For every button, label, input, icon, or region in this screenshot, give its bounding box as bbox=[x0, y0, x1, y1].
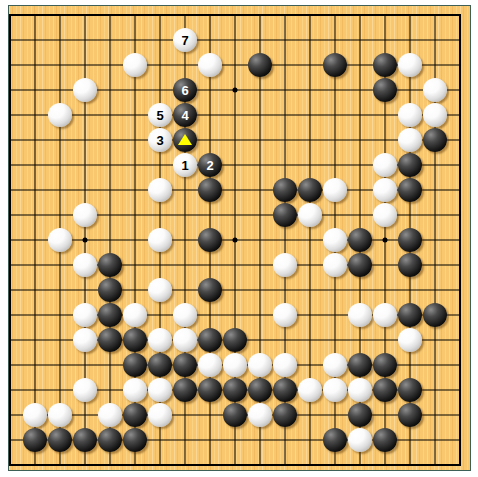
black-stone[interactable] bbox=[98, 278, 122, 302]
board-point-15-18 bbox=[348, 428, 373, 453]
board-point-18-4 bbox=[423, 78, 448, 103]
black-stone[interactable] bbox=[73, 428, 97, 452]
board-point-15-13 bbox=[348, 303, 373, 328]
black-stone[interactable] bbox=[348, 353, 372, 377]
board-point-9-16 bbox=[198, 378, 223, 403]
board-point-4-16 bbox=[73, 378, 98, 403]
board-point-7-16 bbox=[148, 378, 173, 403]
black-stone[interactable] bbox=[273, 203, 297, 227]
board-point-4-11 bbox=[73, 253, 98, 278]
white-stone[interactable] bbox=[323, 353, 347, 377]
board-point-15-16 bbox=[348, 378, 373, 403]
board-point-9-15 bbox=[198, 353, 223, 378]
board-point-13-16 bbox=[298, 378, 323, 403]
board-point-6-17 bbox=[123, 403, 148, 428]
board-point-8-16 bbox=[173, 378, 198, 403]
board-point-12-8 bbox=[273, 178, 298, 203]
board-point-10-14 bbox=[223, 328, 248, 353]
white-stone[interactable] bbox=[73, 378, 97, 402]
black-stone[interactable] bbox=[398, 253, 422, 277]
board-point-17-17 bbox=[398, 403, 423, 428]
go-board[interactable]: 7654312 bbox=[8, 5, 471, 471]
white-stone[interactable] bbox=[173, 303, 197, 327]
board-point-7-6: 3 bbox=[148, 128, 173, 153]
board-point-12-16 bbox=[273, 378, 298, 403]
board-point-7-5: 5 bbox=[148, 103, 173, 128]
board-point-8-13 bbox=[173, 303, 198, 328]
black-stone[interactable] bbox=[198, 378, 222, 402]
move-number-label: 6 bbox=[181, 84, 188, 97]
black-stone[interactable] bbox=[173, 378, 197, 402]
board-point-12-11 bbox=[273, 253, 298, 278]
white-stone[interactable] bbox=[48, 103, 72, 127]
white-stone[interactable]: 5 bbox=[148, 103, 172, 127]
board-point-17-11 bbox=[398, 253, 423, 278]
white-stone[interactable] bbox=[373, 203, 397, 227]
board-point-2-18 bbox=[23, 428, 48, 453]
board-point-9-8 bbox=[198, 178, 223, 203]
black-stone[interactable] bbox=[248, 53, 272, 77]
triangle-marker-icon bbox=[178, 134, 192, 145]
board-point-5-12 bbox=[98, 278, 123, 303]
black-stone[interactable] bbox=[198, 328, 222, 352]
board-point-7-8 bbox=[148, 178, 173, 203]
board-point-16-3 bbox=[373, 53, 398, 78]
board-point-6-15 bbox=[123, 353, 148, 378]
black-stone[interactable]: 6 bbox=[173, 78, 197, 102]
board-point-4-4 bbox=[73, 78, 98, 103]
black-stone[interactable] bbox=[173, 353, 197, 377]
white-stone[interactable] bbox=[73, 253, 97, 277]
stones-grid: 7654312 bbox=[0, 3, 473, 477]
board-point-9-14 bbox=[198, 328, 223, 353]
board-point-14-16 bbox=[323, 378, 348, 403]
white-stone[interactable] bbox=[98, 403, 122, 427]
board-point-5-14 bbox=[98, 328, 123, 353]
white-stone[interactable] bbox=[398, 328, 422, 352]
board-point-9-7: 2 bbox=[198, 153, 223, 178]
board-point-17-10 bbox=[398, 228, 423, 253]
white-stone[interactable] bbox=[48, 228, 72, 252]
board-point-13-9 bbox=[298, 203, 323, 228]
black-stone[interactable]: 4 bbox=[173, 103, 197, 127]
board-point-8-15 bbox=[173, 353, 198, 378]
board-point-7-10 bbox=[148, 228, 173, 253]
board-point-14-18 bbox=[323, 428, 348, 453]
white-stone[interactable] bbox=[373, 178, 397, 202]
white-stone[interactable] bbox=[348, 378, 372, 402]
board-point-17-8 bbox=[398, 178, 423, 203]
black-stone[interactable] bbox=[273, 403, 297, 427]
board-point-17-13 bbox=[398, 303, 423, 328]
white-stone[interactable] bbox=[73, 328, 97, 352]
white-stone[interactable]: 7 bbox=[173, 28, 197, 52]
board-point-5-13 bbox=[98, 303, 123, 328]
black-stone[interactable] bbox=[423, 303, 447, 327]
black-stone[interactable] bbox=[223, 378, 247, 402]
board-point-18-5 bbox=[423, 103, 448, 128]
board-point-10-16 bbox=[223, 378, 248, 403]
white-stone[interactable] bbox=[298, 203, 322, 227]
board-point-11-16 bbox=[248, 378, 273, 403]
white-stone[interactable] bbox=[273, 303, 297, 327]
board-point-3-17 bbox=[48, 403, 73, 428]
board-point-12-15 bbox=[273, 353, 298, 378]
board-point-15-11 bbox=[348, 253, 373, 278]
board-point-17-14 bbox=[398, 328, 423, 353]
white-stone[interactable] bbox=[148, 403, 172, 427]
board-point-14-11 bbox=[323, 253, 348, 278]
white-stone[interactable] bbox=[123, 53, 147, 77]
board-point-16-13 bbox=[373, 303, 398, 328]
black-stone[interactable] bbox=[173, 128, 197, 152]
go-diagram-page: 7654312 bbox=[0, 0, 478, 477]
board-point-8-2: 7 bbox=[173, 28, 198, 53]
white-stone[interactable] bbox=[148, 378, 172, 402]
board-point-18-13 bbox=[423, 303, 448, 328]
black-stone[interactable] bbox=[98, 253, 122, 277]
black-stone[interactable] bbox=[123, 328, 147, 352]
board-point-3-5 bbox=[48, 103, 73, 128]
white-stone[interactable] bbox=[73, 203, 97, 227]
white-stone[interactable] bbox=[123, 378, 147, 402]
board-point-16-8 bbox=[373, 178, 398, 203]
board-point-3-18 bbox=[48, 428, 73, 453]
black-stone[interactable] bbox=[23, 428, 47, 452]
white-stone[interactable]: 1 bbox=[173, 153, 197, 177]
board-point-17-16 bbox=[398, 378, 423, 403]
board-point-16-16 bbox=[373, 378, 398, 403]
black-stone[interactable] bbox=[348, 253, 372, 277]
board-point-7-17 bbox=[148, 403, 173, 428]
black-stone[interactable] bbox=[398, 403, 422, 427]
black-stone[interactable] bbox=[48, 428, 72, 452]
black-stone[interactable] bbox=[373, 353, 397, 377]
black-stone[interactable] bbox=[348, 228, 372, 252]
black-stone[interactable]: 2 bbox=[198, 153, 222, 177]
white-stone[interactable] bbox=[273, 253, 297, 277]
white-stone[interactable] bbox=[373, 303, 397, 327]
board-point-3-10 bbox=[48, 228, 73, 253]
black-stone[interactable] bbox=[223, 403, 247, 427]
board-point-14-15 bbox=[323, 353, 348, 378]
white-stone[interactable] bbox=[198, 53, 222, 77]
white-stone[interactable] bbox=[73, 78, 97, 102]
board-point-5-18 bbox=[98, 428, 123, 453]
black-stone[interactable] bbox=[398, 378, 422, 402]
board-point-15-10 bbox=[348, 228, 373, 253]
black-stone[interactable] bbox=[373, 428, 397, 452]
move-number-label: 1 bbox=[181, 159, 188, 172]
board-point-4-18 bbox=[73, 428, 98, 453]
board-point-17-5 bbox=[398, 103, 423, 128]
move-number-label: 2 bbox=[206, 159, 213, 172]
board-point-8-7: 1 bbox=[173, 153, 198, 178]
board-point-7-12 bbox=[148, 278, 173, 303]
white-stone[interactable] bbox=[273, 353, 297, 377]
black-stone[interactable] bbox=[398, 228, 422, 252]
black-stone[interactable] bbox=[323, 428, 347, 452]
board-point-8-4: 6 bbox=[173, 78, 198, 103]
move-number-label: 3 bbox=[156, 134, 163, 147]
board-point-16-4 bbox=[373, 78, 398, 103]
black-stone[interactable] bbox=[98, 428, 122, 452]
board-point-14-10 bbox=[323, 228, 348, 253]
black-stone[interactable] bbox=[323, 53, 347, 77]
black-stone[interactable] bbox=[423, 128, 447, 152]
white-stone[interactable] bbox=[148, 328, 172, 352]
board-point-7-15 bbox=[148, 353, 173, 378]
board-point-10-15 bbox=[223, 353, 248, 378]
white-stone[interactable] bbox=[148, 278, 172, 302]
board-point-6-3 bbox=[123, 53, 148, 78]
board-point-6-13 bbox=[123, 303, 148, 328]
black-stone[interactable] bbox=[198, 278, 222, 302]
black-stone[interactable] bbox=[123, 353, 147, 377]
white-stone[interactable] bbox=[398, 103, 422, 127]
white-stone[interactable] bbox=[223, 353, 247, 377]
move-number-label: 4 bbox=[181, 109, 188, 122]
white-stone[interactable] bbox=[173, 328, 197, 352]
white-stone[interactable] bbox=[323, 378, 347, 402]
board-point-7-14 bbox=[148, 328, 173, 353]
board-point-5-11 bbox=[98, 253, 123, 278]
white-stone[interactable] bbox=[198, 353, 222, 377]
black-stone[interactable] bbox=[273, 378, 297, 402]
board-point-16-9 bbox=[373, 203, 398, 228]
board-point-11-17 bbox=[248, 403, 273, 428]
board-point-6-18 bbox=[123, 428, 148, 453]
board-point-8-6 bbox=[173, 128, 198, 153]
board-point-9-3 bbox=[198, 53, 223, 78]
black-stone[interactable] bbox=[373, 53, 397, 77]
board-point-18-6 bbox=[423, 128, 448, 153]
black-stone[interactable] bbox=[98, 303, 122, 327]
white-stone[interactable] bbox=[348, 303, 372, 327]
board-point-12-13 bbox=[273, 303, 298, 328]
black-stone[interactable] bbox=[248, 378, 272, 402]
white-stone[interactable] bbox=[373, 153, 397, 177]
white-stone[interactable] bbox=[248, 353, 272, 377]
board-point-2-17 bbox=[23, 403, 48, 428]
white-stone[interactable] bbox=[323, 253, 347, 277]
board-point-11-15 bbox=[248, 353, 273, 378]
board-point-6-14 bbox=[123, 328, 148, 353]
black-stone[interactable] bbox=[123, 403, 147, 427]
board-point-16-18 bbox=[373, 428, 398, 453]
white-stone[interactable] bbox=[323, 178, 347, 202]
board-point-12-9 bbox=[273, 203, 298, 228]
white-stone[interactable] bbox=[148, 228, 172, 252]
move-number-label: 7 bbox=[181, 34, 188, 47]
board-point-15-17 bbox=[348, 403, 373, 428]
white-stone[interactable] bbox=[423, 78, 447, 102]
black-stone[interactable] bbox=[373, 78, 397, 102]
board-point-8-5: 4 bbox=[173, 103, 198, 128]
board-point-16-7 bbox=[373, 153, 398, 178]
white-stone[interactable] bbox=[123, 303, 147, 327]
black-stone[interactable] bbox=[298, 178, 322, 202]
black-stone[interactable] bbox=[123, 428, 147, 452]
black-stone[interactable] bbox=[373, 378, 397, 402]
white-stone[interactable] bbox=[73, 303, 97, 327]
black-stone[interactable] bbox=[348, 403, 372, 427]
black-stone[interactable] bbox=[223, 328, 247, 352]
white-stone[interactable] bbox=[348, 428, 372, 452]
white-stone[interactable] bbox=[48, 403, 72, 427]
board-point-15-15 bbox=[348, 353, 373, 378]
board-point-13-8 bbox=[298, 178, 323, 203]
black-stone[interactable] bbox=[273, 178, 297, 202]
board-point-12-17 bbox=[273, 403, 298, 428]
black-stone[interactable] bbox=[198, 228, 222, 252]
black-stone[interactable] bbox=[148, 353, 172, 377]
white-stone[interactable] bbox=[298, 378, 322, 402]
board-point-4-9 bbox=[73, 203, 98, 228]
board-point-5-17 bbox=[98, 403, 123, 428]
board-point-9-10 bbox=[198, 228, 223, 253]
board-point-17-6 bbox=[398, 128, 423, 153]
board-point-14-8 bbox=[323, 178, 348, 203]
black-stone[interactable] bbox=[98, 328, 122, 352]
board-point-14-3 bbox=[323, 53, 348, 78]
board-point-11-3 bbox=[248, 53, 273, 78]
board-point-17-3 bbox=[398, 53, 423, 78]
white-stone[interactable] bbox=[323, 228, 347, 252]
black-stone[interactable] bbox=[398, 178, 422, 202]
board-point-9-12 bbox=[198, 278, 223, 303]
black-stone[interactable] bbox=[398, 303, 422, 327]
white-stone[interactable] bbox=[398, 53, 422, 77]
board-point-17-7 bbox=[398, 153, 423, 178]
board-point-16-15 bbox=[373, 353, 398, 378]
white-stone[interactable] bbox=[23, 403, 47, 427]
white-stone[interactable] bbox=[423, 103, 447, 127]
white-stone[interactable] bbox=[398, 128, 422, 152]
move-number-label: 5 bbox=[156, 109, 163, 122]
board-point-10-17 bbox=[223, 403, 248, 428]
white-stone[interactable]: 3 bbox=[148, 128, 172, 152]
board-point-8-14 bbox=[173, 328, 198, 353]
black-stone[interactable] bbox=[198, 178, 222, 202]
board-point-4-14 bbox=[73, 328, 98, 353]
white-stone[interactable] bbox=[248, 403, 272, 427]
board-point-4-13 bbox=[73, 303, 98, 328]
white-stone[interactable] bbox=[148, 178, 172, 202]
black-stone[interactable] bbox=[398, 153, 422, 177]
board-point-6-16 bbox=[123, 378, 148, 403]
